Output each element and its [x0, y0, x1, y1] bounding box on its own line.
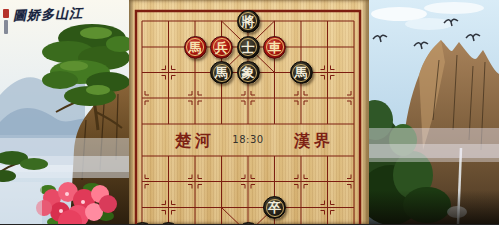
- piece-glyph: 馬: [215, 66, 228, 79]
- cloud: [405, 18, 453, 30]
- piece-glyph: 將: [242, 15, 255, 28]
- bottom-shadow: [369, 190, 499, 224]
- piece-red-horse[interactable]: 馬: [184, 36, 207, 59]
- piece-glyph: 馬: [189, 41, 202, 54]
- piece-black-horse-left[interactable]: 馬: [210, 61, 233, 84]
- piece-black-general[interactable]: 將: [237, 10, 260, 33]
- right-landscape-art: [369, 0, 499, 224]
- partial-piece-file1[interactable]: [157, 222, 180, 225]
- piece-glyph: 馬: [295, 66, 308, 79]
- partial-piece-file0[interactable]: [131, 222, 154, 225]
- valley-mist: [0, 182, 42, 224]
- red-seal-mark: [3, 9, 9, 18]
- partial-piece-file4[interactable]: [237, 222, 260, 225]
- river-label-han-jie: 漢界: [279, 131, 349, 152]
- piece-glyph: 象: [242, 66, 255, 79]
- xiangqi-game-screen: 圖娇多山江: [0, 0, 499, 224]
- river-label-chu-he: 楚河: [160, 131, 230, 152]
- calligraphy-title: 圖娇多山江: [13, 3, 124, 25]
- piece-glyph: 車: [268, 41, 281, 54]
- piece-black-soldier[interactable]: 卒: [263, 196, 286, 219]
- piece-glyph: 兵: [215, 41, 228, 54]
- left-landscape-panel: 圖娇多山江: [0, 0, 131, 224]
- mist-band-low: [369, 144, 499, 162]
- artist-seal: [3, 9, 10, 36]
- piece-black-elephant[interactable]: 象: [237, 61, 260, 84]
- right-landscape-panel: [369, 0, 499, 224]
- game-clock: 18:30: [223, 134, 273, 145]
- piece-glyph: 卒: [268, 201, 281, 214]
- xiangqi-board[interactable]: 楚河 18:30 漢界 將馬兵士車馬象馬卒: [129, 0, 369, 224]
- cloud: [424, 2, 484, 14]
- signature-ink-mark: [4, 20, 8, 34]
- left-landscape-art: [0, 0, 131, 224]
- piece-red-chariot[interactable]: 車: [263, 36, 286, 59]
- piece-black-advisor[interactable]: 士: [237, 36, 260, 59]
- board-grid: [129, 0, 369, 224]
- piece-black-horse-right[interactable]: 馬: [290, 61, 313, 84]
- piece-red-soldier[interactable]: 兵: [210, 36, 233, 59]
- piece-glyph: 士: [242, 41, 255, 54]
